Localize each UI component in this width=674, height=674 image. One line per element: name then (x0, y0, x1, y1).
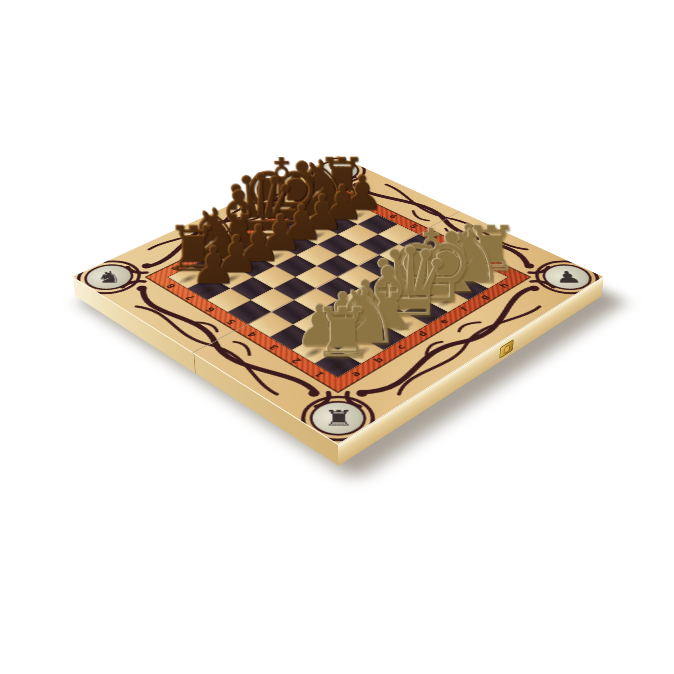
black-pawn-glyph: ♟ (189, 241, 236, 291)
pieces-layer: ♜♞♝♛♚♝♞♜♟♟♟♟♟♟♟♟♟♟♟♟♟♟♟♟♜♞♝♛♚♝♞♜ (72, 156, 604, 445)
box-half-seam (194, 354, 196, 374)
queen-silhouette-icon-glyph: ♛ (326, 163, 350, 177)
photo-scene: aabbccddeeffgghh8877665544332211 ♞♛♟♜ ♜♞… (0, 0, 674, 674)
piece-white-rook-a1[interactable]: ♜ (315, 350, 362, 377)
white-rook-glyph: ♜ (312, 301, 373, 366)
chess-board-box: aabbccddeeffgghh8877665544332211 ♞♛♟♜ ♜♞… (72, 156, 604, 445)
